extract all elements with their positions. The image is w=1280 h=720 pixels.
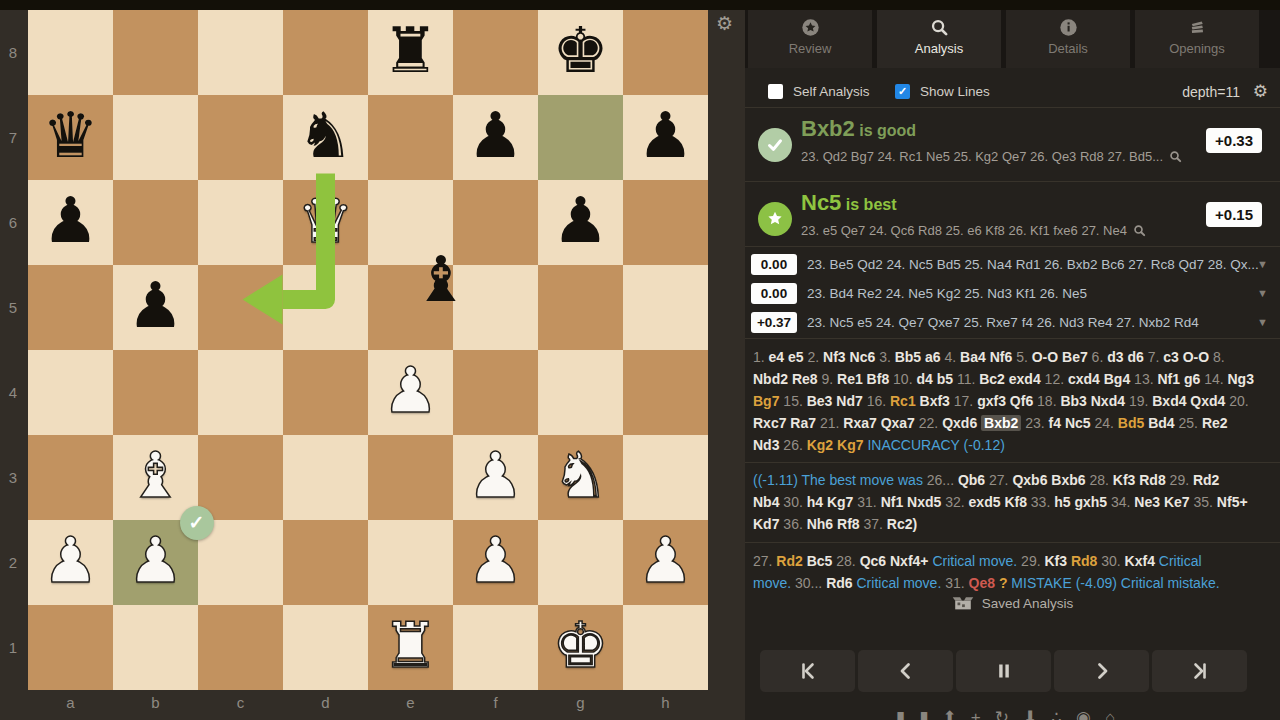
chevron-down-icon[interactable]: ▼ — [1257, 316, 1268, 328]
movelist-move-number: 10. — [893, 371, 916, 387]
best-line-move[interactable]: Rc2) — [887, 516, 917, 532]
movelist-move-number: 2. — [808, 349, 824, 365]
movelist-annotation: INACCURACY (-0.12) — [867, 437, 1004, 453]
skip-end-icon — [1152, 659, 1247, 683]
movelist-move-number: 5. — [1016, 349, 1032, 365]
white-pawn: ♟ — [453, 520, 538, 605]
suggestion-bxb2[interactable]: Bxb2 is good23. Qd2 Bg7 24. Rc1 Ne5 25. … — [745, 112, 1280, 182]
square-c4[interactable] — [198, 350, 283, 435]
square-h8[interactable] — [623, 10, 708, 95]
square-b1[interactable] — [113, 605, 198, 690]
movelist-move[interactable]: Qxd6 — [942, 415, 981, 431]
bottom-toolbar-icons: ▮▮⬆+↻⬇∴◉⌂ — [745, 707, 1280, 720]
best-line-move-number: 26... — [927, 472, 958, 488]
variation-eval-badge: +0.37 — [751, 312, 797, 333]
best-line-move-number: 31. — [857, 494, 880, 510]
best-line-move[interactable]: Qxb6 Bxb6 — [1012, 472, 1089, 488]
best-line-move-number: 28. — [1089, 472, 1112, 488]
movelist-move-number: 8. — [1213, 349, 1225, 365]
square-g5[interactable] — [538, 265, 623, 350]
separator — [745, 462, 1280, 463]
best-line-move-number: 27. — [989, 472, 1012, 488]
tab-details[interactable]: Details — [1006, 10, 1130, 68]
critical-line-move[interactable]: Rd8 — [1071, 553, 1101, 569]
analysis-panel: ReviewAnalysisDetailsOpenings Self Analy… — [745, 10, 1280, 720]
square-g4[interactable] — [538, 350, 623, 435]
variation-line: 23. Bd4 Re2 24. Ne5 Kg2 25. Nd3 Kf1 26. … — [807, 286, 1087, 301]
square-f5[interactable] — [453, 265, 538, 350]
add-icon[interactable]: + — [971, 708, 995, 720]
depth-indicator: depth=11 — [1182, 84, 1240, 100]
movelist-move[interactable]: Re2 — [1202, 415, 1228, 431]
square-h3[interactable] — [623, 435, 708, 520]
move-quality-check-badge: ✓ — [180, 506, 214, 540]
rank-label-7: 7 — [0, 129, 26, 146]
suggestion-title: Bxb2 is good — [801, 116, 916, 142]
square-e2[interactable] — [368, 520, 453, 605]
books-icon — [1135, 18, 1259, 38]
movelist-move-number: 24. — [1094, 415, 1117, 431]
square-a2[interactable]: ♟ — [28, 520, 113, 605]
black-knight: ♞ — [283, 95, 368, 180]
best-line-move[interactable]: Nf1 Nxd5 — [881, 494, 946, 510]
download-icon[interactable]: ⬇ — [1023, 708, 1051, 720]
movelist-move[interactable]: Be3 Nd7 — [807, 393, 867, 409]
movelist-move-number: 15. — [783, 393, 806, 409]
square-d6[interactable]: ♛ — [283, 180, 368, 265]
best-line-move[interactable]: Qb6 — [958, 472, 989, 488]
rank-label-3: 3 — [0, 469, 26, 486]
critical-line-move[interactable]: Kf3 — [1044, 553, 1070, 569]
square-d1[interactable] — [283, 605, 368, 690]
preview-magnifier-icon[interactable] — [1133, 224, 1146, 237]
movelist-move[interactable]: Ba4 Nf6 — [960, 349, 1016, 365]
file-label-g: g — [538, 694, 623, 711]
best-line-move-number: 37. — [864, 516, 887, 532]
square-h6[interactable] — [623, 180, 708, 265]
movelist-move-number: 26. — [783, 437, 806, 453]
tab-label: Details — [1006, 41, 1130, 56]
share-icon[interactable]: ∴ — [1051, 708, 1076, 720]
square-b3[interactable]: ♝ — [113, 435, 198, 520]
info-icon — [1006, 18, 1130, 38]
best-line-move-number: 34. — [1111, 494, 1134, 510]
black-pawn: ♟ — [538, 180, 623, 265]
critical-line-move[interactable]: Bc5 — [807, 553, 837, 569]
upload-icon[interactable]: ⬆ — [943, 708, 971, 720]
square-a7[interactable]: ♛ — [28, 95, 113, 180]
critical-line-move-number: 29. — [1021, 553, 1044, 569]
analysis-settings-gear-icon[interactable]: ⚙ — [1253, 81, 1268, 102]
chevron-down-icon[interactable]: ▼ — [1257, 258, 1268, 270]
movelist-move-number: 4. — [945, 349, 961, 365]
suggestion-line: 23. Qd2 Bg7 24. Rc1 Ne5 25. Kg2 Qe7 26. … — [801, 149, 1182, 164]
movelist-move-number: 13. — [1134, 371, 1157, 387]
black-pawn: ♟ — [453, 95, 538, 180]
movelist-move[interactable]: Rc1 — [890, 393, 920, 409]
critical-line-annotation: Critical — [1159, 553, 1202, 569]
critical-line-move[interactable]: Rd2 — [776, 553, 806, 569]
separator — [745, 181, 1280, 182]
movelist-move[interactable]: Nf3 Nc6 — [823, 349, 879, 365]
square-f4[interactable] — [453, 350, 538, 435]
movelist-move[interactable]: f4 Nc5 — [1049, 415, 1095, 431]
file-label-a: a — [28, 694, 113, 711]
file-label-f: f — [453, 694, 538, 711]
black-pawn: ♟ — [28, 180, 113, 265]
rank-label-8: 8 — [0, 44, 26, 61]
movelist-move-number: 1. — [753, 349, 769, 365]
variation-eval-badge: 0.00 — [751, 283, 797, 304]
white-knight: ♞ — [538, 435, 623, 520]
critical-line-move[interactable]: Kxf4 — [1125, 553, 1159, 569]
movelist-move[interactable]: d4 b5 — [916, 371, 956, 387]
best-line-move[interactable]: Rd2 — [1193, 472, 1219, 488]
best-line-move-number: 35. — [1194, 494, 1217, 510]
movelist-selected-move[interactable]: Bxb2 — [981, 415, 1021, 431]
square-a3[interactable] — [28, 435, 113, 520]
square-g3[interactable]: ♞ — [538, 435, 623, 520]
pause-button[interactable] — [956, 650, 1051, 692]
movelist-move-number: 19. — [1129, 393, 1152, 409]
critical-line-move[interactable]: Rd6 — [826, 575, 856, 591]
movelist-move[interactable]: Bb3 Nxd4 — [1060, 393, 1128, 409]
movelist-move[interactable]: d3 d6 — [1107, 349, 1147, 365]
square-c1[interactable] — [198, 605, 283, 690]
square-f2[interactable]: ♟ — [453, 520, 538, 605]
critical-line-annotation: Critical move. — [932, 553, 1021, 569]
white-king: ♚ — [538, 605, 623, 690]
black-queen: ♛ — [28, 95, 113, 180]
square-e1[interactable]: ♜ — [368, 605, 453, 690]
movelist-move[interactable]: Kg2 Kg7 — [807, 437, 868, 453]
critical-line-move-number: 28. — [836, 553, 859, 569]
square-d8[interactable] — [283, 10, 368, 95]
critical-moves-comment: 27. Rd2 Bc5 28. Qc6 Nxf4+ Critical move.… — [753, 550, 1267, 594]
app-window: ♜♚♛♞♟♟♟♛♟♟♟♝♟♞♟♟♟♟♜♚ ♝ 87654321 abcdefgh… — [0, 0, 1280, 720]
best-line-move[interactable]: Kf3 Rd8 — [1113, 472, 1170, 488]
movelist-move[interactable]: Nbd2 Re8 — [753, 371, 821, 387]
saved-analysis-label: Saved Analysis — [982, 596, 1074, 611]
separator — [745, 246, 1280, 247]
movelist-move[interactable]: Bd5 — [1118, 415, 1148, 431]
best-line-move[interactable]: Kd7 — [753, 516, 783, 532]
movelist-move[interactable]: Ng3 — [1228, 371, 1254, 387]
preview-magnifier-icon[interactable] — [1169, 150, 1182, 163]
variation-row-1[interactable]: 0.0023. Be5 Qd2 24. Nc5 Bd5 25. Na4 Rd1 … — [745, 252, 1280, 281]
best-line-comment: ((-1.11) The best move was 26... Qb6 27.… — [753, 469, 1267, 535]
square-h4[interactable] — [623, 350, 708, 435]
rank-label-6: 6 — [0, 214, 26, 231]
black-rook: ♜ — [368, 10, 453, 95]
best-line-move[interactable]: h5 gxh5 — [1054, 494, 1111, 510]
square-f1[interactable] — [453, 605, 538, 690]
square-h2[interactable]: ♟ — [623, 520, 708, 605]
skip-start-button[interactable] — [760, 650, 855, 692]
white-queen: ♛ — [283, 180, 368, 265]
critical-line-move-number: 27. — [753, 553, 776, 569]
file-label-e: e — [368, 694, 453, 711]
variation-line: 23. Be5 Qd2 24. Nc5 Bd5 25. Na4 Rd1 26. … — [807, 257, 1259, 272]
separator — [745, 338, 1280, 339]
best-line-move-number: 29. — [1170, 472, 1193, 488]
movelist-move-number: 22. — [919, 415, 942, 431]
movelist-move-number: 11. — [957, 371, 979, 387]
movelist-move[interactable]: cxd4 Bg4 — [1068, 371, 1134, 387]
square-e8[interactable]: ♜ — [368, 10, 453, 95]
movelist-move[interactable]: Rxc7 Ra7 — [753, 415, 820, 431]
square-h1[interactable] — [623, 605, 708, 690]
movelist-move-number: 21. — [820, 415, 843, 431]
step-back-button[interactable] — [858, 650, 953, 692]
saved-analysis-button[interactable]: Saved Analysis — [745, 594, 1280, 611]
variation-eval-badge: 0.00 — [751, 254, 797, 275]
square-b8[interactable] — [113, 10, 198, 95]
square-c3[interactable] — [198, 435, 283, 520]
best-line-move[interactable]: Ne3 Ke7 — [1134, 494, 1193, 510]
refresh-icon[interactable]: ↻ — [995, 708, 1023, 720]
eval-badge: +0.33 — [1206, 128, 1262, 153]
variation-row-3[interactable]: +0.3723. Nc5 e5 24. Qe7 Qxe7 25. Rxe7 f4… — [745, 310, 1280, 339]
best-line-move[interactable]: exd5 Kf8 — [969, 494, 1031, 510]
file-label-b: b — [113, 694, 198, 711]
movelist-move[interactable]: Nd3 — [753, 437, 783, 453]
best-line-move[interactable]: h4 Kg7 — [807, 494, 858, 510]
step-forward-button[interactable] — [1054, 650, 1149, 692]
square-e4[interactable]: ♟ — [368, 350, 453, 435]
square-b5[interactable]: ♟ — [113, 265, 198, 350]
black-pawn: ♟ — [623, 95, 708, 180]
rank-label-4: 4 — [0, 384, 26, 401]
square-e3[interactable] — [368, 435, 453, 520]
movelist-move-number: 23. — [1021, 415, 1048, 431]
critical-line-move-number: 31. — [945, 575, 968, 591]
square-d7[interactable]: ♞ — [283, 95, 368, 180]
movelist-move[interactable]: Bxf3 — [920, 393, 954, 409]
skip-end-button[interactable] — [1152, 650, 1247, 692]
skip-start-icon — [760, 659, 855, 683]
square-a1[interactable] — [28, 605, 113, 690]
square-f7[interactable]: ♟ — [453, 95, 538, 180]
square-d3[interactable] — [283, 435, 368, 520]
best-line-move-number: 32. — [945, 494, 968, 510]
move-list: 1. e4 e5 2. Nf3 Nc6 3. Bb5 a6 4. Ba4 Nf6… — [753, 346, 1267, 456]
critical-line-annotation: MISTAKE (-4.09) Critical mistake. — [1011, 575, 1219, 591]
critical-line-annotation: Critical move. — [857, 575, 946, 591]
critical-line-move[interactable]: Qc6 Nxf4+ — [860, 553, 933, 569]
star-badge-icon — [758, 202, 792, 236]
rank-label-5: 5 — [0, 299, 26, 316]
step-forward-icon — [1054, 659, 1149, 683]
magnifier-icon — [877, 18, 1001, 38]
critical-line-move-number: 30... — [795, 575, 826, 591]
square-c8[interactable] — [198, 10, 283, 95]
best-line-move-number: 30. — [783, 494, 806, 510]
board-frame: ♜♚♛♞♟♟♟♛♟♟♟♝♟♞♟♟♟♟♜♚ ♝ 87654321 abcdefgh… — [0, 10, 745, 720]
movelist-move-number: 18. — [1037, 393, 1060, 409]
pause-icon — [956, 659, 1051, 683]
tab-label: Openings — [1135, 41, 1259, 56]
separator — [745, 107, 1280, 108]
home-icon[interactable]: ⌂ — [1105, 708, 1129, 720]
separator — [745, 542, 1280, 543]
movelist-move-number: 7. — [1148, 349, 1164, 365]
square-a8[interactable] — [28, 10, 113, 95]
square-a4[interactable] — [28, 350, 113, 435]
tab-label: Analysis — [877, 41, 1001, 56]
movelist-move[interactable]: Re1 Bf8 — [837, 371, 893, 387]
movelist-move-number: 20. — [1229, 393, 1248, 409]
variation-line: 23. Nc5 e5 24. Qe7 Qxe7 25. Rxe7 f4 26. … — [807, 315, 1199, 330]
square-h5[interactable] — [623, 265, 708, 350]
square-e5[interactable] — [368, 265, 453, 350]
square-f6[interactable] — [453, 180, 538, 265]
movelist-move[interactable]: Rxa7 Qxa7 — [843, 415, 919, 431]
square-h7[interactable]: ♟ — [623, 95, 708, 180]
movelist-move-number: 3. — [879, 349, 895, 365]
star-circle-icon — [748, 18, 872, 38]
movelist-move[interactable]: Bb5 a6 — [895, 349, 945, 365]
best-line-annotation: ((-1.11) The best move was — [753, 472, 927, 488]
white-pawn: ♟ — [28, 520, 113, 605]
file-label-d: d — [283, 694, 368, 711]
white-rook: ♜ — [368, 605, 453, 690]
movelist-move-number: 25. — [1179, 415, 1202, 431]
movelist-move[interactable]: e4 e5 — [769, 349, 808, 365]
record-icon[interactable]: ◉ — [1076, 708, 1105, 720]
square-c7[interactable] — [198, 95, 283, 180]
variation-row-2[interactable]: 0.0023. Bd4 Re2 24. Ne5 Kg2 25. Nd3 Kf1 … — [745, 281, 1280, 310]
square-g1[interactable]: ♚ — [538, 605, 623, 690]
movelist-move-number: 17. — [954, 393, 977, 409]
square-d2[interactable] — [283, 520, 368, 605]
white-pawn: ♟ — [623, 520, 708, 605]
step-back-icon — [858, 659, 953, 683]
square-d4[interactable] — [283, 350, 368, 435]
chess-board: ♜♚♛♞♟♟♟♛♟♟♟♝♟♞♟♟♟♟♜♚ — [28, 10, 708, 690]
self-analysis-checkbox[interactable] — [768, 84, 783, 99]
movelist-move-number: 16. — [867, 393, 890, 409]
critical-line-move[interactable]: ? — [999, 575, 1011, 591]
tab-bar: ReviewAnalysisDetailsOpenings — [745, 10, 1280, 68]
square-g7[interactable] — [538, 95, 623, 180]
movelist-move-number: 9. — [821, 371, 837, 387]
critical-line-annotation: move. — [753, 575, 795, 591]
movelist-move-number: 6. — [1092, 349, 1108, 365]
black-pawn: ♟ — [113, 265, 198, 350]
show-lines-label: Show Lines — [920, 84, 990, 99]
square-f8[interactable] — [453, 10, 538, 95]
best-line-move[interactable]: Nf5+ — [1217, 494, 1248, 510]
tab-label: Review — [748, 41, 872, 56]
eval-badge: +0.15 — [1206, 202, 1262, 227]
movelist-move-number: 12. — [1045, 371, 1068, 387]
white-bishop: ♝ — [113, 435, 198, 520]
board-settings-gear-icon[interactable]: ⚙ — [716, 12, 733, 35]
square-f3[interactable]: ♟ — [453, 435, 538, 520]
best-line-move-number: 36. — [783, 516, 806, 532]
suggestion-line: 23. e5 Qe7 24. Qc6 Rd8 25. e6 Kf8 26. Kf… — [801, 223, 1146, 238]
tab-review[interactable]: Review — [748, 10, 872, 68]
tab-analysis[interactable]: Analysis — [877, 10, 1001, 68]
square-c5[interactable] — [198, 265, 283, 350]
square-g6[interactable]: ♟ — [538, 180, 623, 265]
white-pawn: ♟ — [368, 350, 453, 435]
square-b6[interactable] — [113, 180, 198, 265]
movelist-move[interactable]: Bd4 — [1148, 415, 1178, 431]
best-line-move[interactable]: Nb4 — [753, 494, 783, 510]
file-label-h: h — [623, 694, 708, 711]
black-king: ♚ — [538, 10, 623, 95]
chevron-down-icon[interactable]: ▼ — [1257, 287, 1268, 299]
movelist-move[interactable]: c3 O-O — [1163, 349, 1213, 365]
tab-openings[interactable]: Openings — [1135, 10, 1259, 68]
best-line-move-number: 33. — [1031, 494, 1054, 510]
movelist-move[interactable]: Nf1 g6 — [1157, 371, 1204, 387]
controls-row: Self Analysis ✓ Show Lines depth=11 ⚙ — [745, 80, 1280, 108]
movelist-move-number: 14. — [1204, 371, 1227, 387]
rank-label-2: 2 — [0, 554, 26, 571]
stats-icon[interactable]: ▮▮ — [896, 708, 943, 720]
movelist-move[interactable]: Bxd4 Qxd4 — [1152, 393, 1229, 409]
square-a5[interactable] — [28, 265, 113, 350]
critical-line-move[interactable]: Qe8 — [969, 575, 999, 591]
file-label-c: c — [198, 694, 283, 711]
square-e7[interactable] — [368, 95, 453, 180]
best-line-move[interactable]: Nh6 Rf8 — [807, 516, 864, 532]
movelist-move[interactable]: Bc2 exd4 — [979, 371, 1044, 387]
critical-line-move-number: 30. — [1101, 553, 1124, 569]
movelist-move[interactable]: O-O Be7 — [1032, 349, 1092, 365]
square-a6[interactable]: ♟ — [28, 180, 113, 265]
rank-label-1: 1 — [0, 639, 26, 656]
movelist-move[interactable]: gxf3 Qf6 — [977, 393, 1037, 409]
open-box-icon — [952, 594, 974, 611]
square-g8[interactable]: ♚ — [538, 10, 623, 95]
square-c6[interactable] — [198, 180, 283, 265]
square-g2[interactable] — [538, 520, 623, 605]
suggestion-title: Nc5 is best — [801, 190, 897, 216]
movelist-move[interactable]: Bg7 — [753, 393, 783, 409]
show-lines-checkbox[interactable]: ✓ — [895, 84, 910, 99]
self-analysis-label: Self Analysis — [793, 84, 870, 99]
square-e6[interactable] — [368, 180, 453, 265]
square-b4[interactable] — [113, 350, 198, 435]
square-d5[interactable] — [283, 265, 368, 350]
square-b7[interactable] — [113, 95, 198, 180]
check-badge-icon — [758, 128, 792, 162]
white-pawn: ♟ — [453, 435, 538, 520]
